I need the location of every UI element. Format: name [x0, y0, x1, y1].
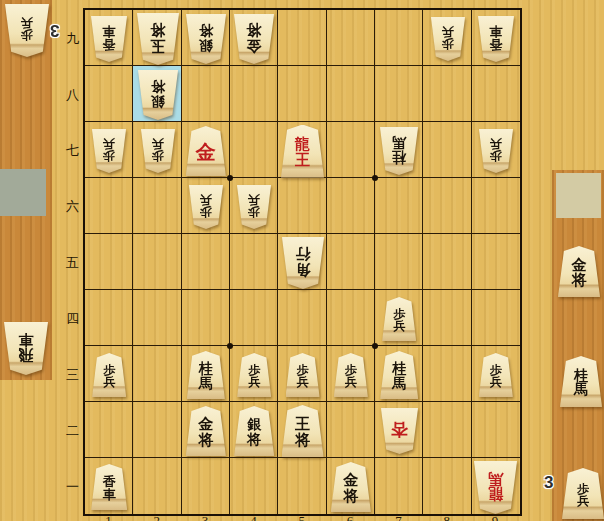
- rank-label-4: 四: [66, 312, 79, 325]
- square-83[interactable]: [423, 346, 471, 402]
- star-point: [227, 343, 233, 349]
- square-66[interactable]: [327, 178, 375, 234]
- square-15[interactable]: [85, 234, 133, 290]
- square-62[interactable]: [327, 402, 375, 458]
- square-71[interactable]: [375, 458, 423, 514]
- rank-label-1: 一: [66, 480, 79, 493]
- piece-gote-knight-73[interactable]: 桂馬: [380, 351, 418, 399]
- sente-stand-empty-slot: [0, 169, 46, 216]
- square-84[interactable]: [423, 290, 471, 346]
- piece-sente-pawn-36[interactable]: 歩兵: [189, 185, 223, 229]
- piece-sente-lance-19[interactable]: 香車: [91, 16, 127, 62]
- square-65[interactable]: [327, 234, 375, 290]
- hand-gote-pawn[interactable]: 歩兵: [562, 468, 604, 519]
- square-47[interactable]: [230, 122, 278, 178]
- piece-sente-bishop-55[interactable]: 角行: [282, 237, 324, 289]
- piece-sente-pawn-17[interactable]: 歩兵: [92, 129, 126, 173]
- rank-label-7: 七: [66, 144, 79, 157]
- piece-gote-pawn-63[interactable]: 歩兵: [334, 353, 368, 397]
- square-67[interactable]: [327, 122, 375, 178]
- hand-gote-gold[interactable]: 金将: [558, 246, 600, 297]
- piece-gote-pawn-43[interactable]: 歩兵: [237, 353, 271, 397]
- file-label-5: 5: [299, 514, 306, 521]
- piece-sente-pawn-97[interactable]: 歩兵: [479, 129, 513, 173]
- piece-sente-pawn-46[interactable]: 歩兵: [237, 185, 271, 229]
- piece-gote-gold-32[interactable]: 金将: [186, 406, 226, 456]
- piece-sente-knight-77[interactable]: 桂馬: [380, 127, 418, 175]
- hand-sente-pawn[interactable]: 歩兵: [5, 4, 49, 57]
- file-label-1: 1: [105, 514, 112, 521]
- square-85[interactable]: [423, 234, 471, 290]
- star-point: [372, 343, 378, 349]
- square-81[interactable]: [423, 458, 471, 514]
- piece-sente-king-29[interactable]: 玉将: [137, 13, 179, 65]
- piece-sente-horse-91[interactable]: 龍馬: [474, 461, 517, 514]
- file-label-6: 6: [347, 514, 354, 521]
- hand-gote-knight[interactable]: 桂馬: [560, 356, 602, 407]
- piece-gote-promoted-silver-37[interactable]: 金: [186, 126, 226, 176]
- square-64[interactable]: [327, 290, 375, 346]
- square-86[interactable]: [423, 178, 471, 234]
- rank-label-3: 三: [66, 368, 79, 381]
- piece-gote-pawn-74[interactable]: 歩兵: [382, 297, 416, 341]
- square-38[interactable]: [182, 66, 230, 122]
- piece-gote-pawn-13[interactable]: 歩兵: [92, 353, 126, 397]
- star-point: [372, 175, 378, 181]
- square-18[interactable]: [85, 66, 133, 122]
- square-59[interactable]: [278, 10, 326, 66]
- square-14[interactable]: [85, 290, 133, 346]
- square-75[interactable]: [375, 234, 423, 290]
- square-88[interactable]: [423, 66, 471, 122]
- piece-sente-pawn-89[interactable]: 歩兵: [431, 17, 465, 61]
- file-label-9: 9: [492, 514, 499, 521]
- square-24[interactable]: [133, 290, 181, 346]
- square-56[interactable]: [278, 178, 326, 234]
- square-69[interactable]: [327, 10, 375, 66]
- hand-sente-rook[interactable]: 飛車: [4, 322, 48, 375]
- piece-gote-silver-42[interactable]: 銀将: [234, 406, 274, 456]
- piece-sente-gold-49[interactable]: 金将: [234, 14, 274, 64]
- square-16[interactable]: [85, 178, 133, 234]
- square-22[interactable]: [133, 402, 181, 458]
- square-35[interactable]: [182, 234, 230, 290]
- square-98[interactable]: [472, 66, 520, 122]
- rank-label-8: 八: [66, 88, 79, 101]
- rank-label-5: 五: [66, 256, 79, 269]
- square-78[interactable]: [375, 66, 423, 122]
- square-34[interactable]: [182, 290, 230, 346]
- square-31[interactable]: [182, 458, 230, 514]
- square-96[interactable]: [472, 178, 520, 234]
- square-41[interactable]: [230, 458, 278, 514]
- file-label-4: 4: [250, 514, 257, 521]
- square-21[interactable]: [133, 458, 181, 514]
- shogi-app: 123456789九八七六五四三二一 香車歩兵金将銀将玉将香車銀将歩兵桂馬龍王金…: [0, 0, 604, 521]
- square-54[interactable]: [278, 290, 326, 346]
- piece-gote-pawn-53[interactable]: 歩兵: [286, 353, 320, 397]
- square-76[interactable]: [375, 178, 423, 234]
- square-12[interactable]: [85, 402, 133, 458]
- file-label-3: 3: [202, 514, 209, 521]
- square-82[interactable]: [423, 402, 471, 458]
- square-45[interactable]: [230, 234, 278, 290]
- square-58[interactable]: [278, 66, 326, 122]
- piece-gote-knight-33[interactable]: 桂馬: [187, 351, 225, 399]
- piece-sente-silver-39[interactable]: 銀将: [186, 14, 226, 64]
- square-25[interactable]: [133, 234, 181, 290]
- piece-gote-king-52[interactable]: 王将: [282, 405, 324, 457]
- square-94[interactable]: [472, 290, 520, 346]
- rank-label-2: 二: [66, 424, 79, 437]
- square-87[interactable]: [423, 122, 471, 178]
- square-44[interactable]: [230, 290, 278, 346]
- piece-gote-lance-11[interactable]: 香車: [91, 464, 127, 510]
- square-68[interactable]: [327, 66, 375, 122]
- star-point: [227, 175, 233, 181]
- piece-sente-promoted-lance-72[interactable]: 杏: [381, 408, 418, 454]
- square-92[interactable]: [472, 402, 520, 458]
- file-label-7: 7: [395, 514, 402, 521]
- piece-sente-pawn-27[interactable]: 歩兵: [141, 129, 175, 173]
- square-23[interactable]: [133, 346, 181, 402]
- square-79[interactable]: [375, 10, 423, 66]
- piece-gote-dragon-57[interactable]: 龍王: [281, 125, 324, 178]
- square-48[interactable]: [230, 66, 278, 122]
- square-26[interactable]: [133, 178, 181, 234]
- file-label-2: 2: [154, 514, 161, 521]
- rank-label-6: 六: [66, 200, 79, 213]
- square-95[interactable]: [472, 234, 520, 290]
- square-51[interactable]: [278, 458, 326, 514]
- rank-label-9: 九: [66, 32, 79, 45]
- gote-stand-empty-slot: [556, 173, 601, 218]
- file-label-8: 8: [444, 514, 451, 521]
- piece-sente-silver-28[interactable]: 銀将: [138, 70, 178, 120]
- piece-sente-lance-99[interactable]: 香車: [478, 16, 514, 62]
- piece-gote-gold-61[interactable]: 金将: [331, 462, 371, 512]
- piece-gote-pawn-93[interactable]: 歩兵: [479, 353, 513, 397]
